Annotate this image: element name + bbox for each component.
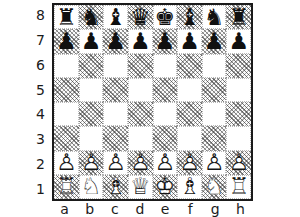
square-e5[interactable] bbox=[153, 78, 178, 102]
square-c5[interactable] bbox=[103, 78, 128, 102]
square-e4[interactable] bbox=[153, 102, 178, 126]
white-pawn: ♟♙ bbox=[226, 151, 251, 175]
chess-board-diagram: 87654321 ♜♞♝♛♚♝♞♜♟♟♟♟♟♟♟♟♟♙♟♙♟♙♟♙♟♙♟♙♟♙♟… bbox=[0, 0, 300, 217]
black-pawn: ♟ bbox=[226, 29, 251, 53]
file-label-a: a bbox=[52, 201, 77, 217]
square-d6[interactable] bbox=[128, 54, 153, 78]
square-f8[interactable]: ♝ bbox=[177, 5, 202, 29]
white-pawn: ♟♙ bbox=[177, 151, 202, 175]
square-b5[interactable] bbox=[79, 78, 104, 102]
square-h4[interactable] bbox=[226, 102, 251, 126]
square-b7[interactable]: ♟ bbox=[79, 29, 104, 53]
square-a5[interactable] bbox=[54, 78, 79, 102]
square-d3[interactable] bbox=[128, 126, 153, 150]
white-rook: ♜♖ bbox=[54, 175, 79, 199]
white-rook: ♜♖ bbox=[226, 175, 251, 199]
white-queen: ♛♕ bbox=[128, 175, 153, 199]
square-h3[interactable] bbox=[226, 126, 251, 150]
square-c8[interactable]: ♝ bbox=[103, 5, 128, 29]
square-d4[interactable] bbox=[128, 102, 153, 126]
square-f6[interactable] bbox=[177, 54, 202, 78]
rank-label-2: 2 bbox=[0, 152, 49, 177]
white-knight: ♞♘ bbox=[79, 175, 104, 199]
square-c4[interactable] bbox=[103, 102, 128, 126]
square-d2[interactable]: ♟♙ bbox=[128, 151, 153, 175]
square-h2[interactable]: ♟♙ bbox=[226, 151, 251, 175]
rank-label-3: 3 bbox=[0, 127, 49, 152]
black-pawn: ♟ bbox=[177, 29, 202, 53]
square-e1[interactable]: ♚♔ bbox=[153, 175, 178, 199]
black-bishop: ♝ bbox=[177, 5, 202, 29]
square-f7[interactable]: ♟ bbox=[177, 29, 202, 53]
file-label-h: h bbox=[228, 201, 253, 217]
square-g8[interactable]: ♞ bbox=[202, 5, 227, 29]
square-h6[interactable] bbox=[226, 54, 251, 78]
black-pawn: ♟ bbox=[54, 29, 79, 53]
square-b2[interactable]: ♟♙ bbox=[79, 151, 104, 175]
square-g1[interactable]: ♞♘ bbox=[202, 175, 227, 199]
rank-label-1: 1 bbox=[0, 176, 49, 201]
white-pawn: ♟♙ bbox=[103, 151, 128, 175]
white-king: ♚♔ bbox=[153, 175, 178, 199]
black-knight: ♞ bbox=[79, 5, 104, 29]
square-f1[interactable]: ♝♗ bbox=[177, 175, 202, 199]
white-knight: ♞♘ bbox=[202, 175, 227, 199]
square-g6[interactable] bbox=[202, 54, 227, 78]
black-rook: ♜ bbox=[226, 5, 251, 29]
square-b6[interactable] bbox=[79, 54, 104, 78]
file-label-e: e bbox=[153, 201, 178, 217]
black-pawn: ♟ bbox=[79, 29, 104, 53]
square-h7[interactable]: ♟ bbox=[226, 29, 251, 53]
black-knight: ♞ bbox=[202, 5, 227, 29]
square-b1[interactable]: ♞♘ bbox=[79, 175, 104, 199]
black-bishop: ♝ bbox=[103, 5, 128, 29]
square-c6[interactable] bbox=[103, 54, 128, 78]
file-labels: abcdefgh bbox=[52, 201, 253, 217]
black-rook: ♜ bbox=[54, 5, 79, 29]
rank-label-8: 8 bbox=[0, 3, 49, 28]
white-bishop: ♝♗ bbox=[177, 175, 202, 199]
square-f4[interactable] bbox=[177, 102, 202, 126]
black-queen: ♛ bbox=[128, 5, 153, 29]
square-a4[interactable] bbox=[54, 102, 79, 126]
square-a8[interactable]: ♜ bbox=[54, 5, 79, 29]
file-label-b: b bbox=[77, 201, 102, 217]
square-g4[interactable] bbox=[202, 102, 227, 126]
square-d1[interactable]: ♛♕ bbox=[128, 175, 153, 199]
square-g3[interactable] bbox=[202, 126, 227, 150]
square-a6[interactable] bbox=[54, 54, 79, 78]
square-c2[interactable]: ♟♙ bbox=[103, 151, 128, 175]
square-h5[interactable] bbox=[226, 78, 251, 102]
square-f3[interactable] bbox=[177, 126, 202, 150]
square-d5[interactable] bbox=[128, 78, 153, 102]
white-pawn: ♟♙ bbox=[128, 151, 153, 175]
square-d7[interactable]: ♟ bbox=[128, 29, 153, 53]
chess-board: ♜♞♝♛♚♝♞♜♟♟♟♟♟♟♟♟♟♙♟♙♟♙♟♙♟♙♟♙♟♙♟♙♜♖♞♘♝♗♛♕… bbox=[52, 3, 253, 201]
file-label-c: c bbox=[102, 201, 127, 217]
black-pawn: ♟ bbox=[103, 29, 128, 53]
square-e3[interactable] bbox=[153, 126, 178, 150]
square-e7[interactable]: ♟ bbox=[153, 29, 178, 53]
file-label-g: g bbox=[203, 201, 228, 217]
square-e8[interactable]: ♚ bbox=[153, 5, 178, 29]
square-d8[interactable]: ♛ bbox=[128, 5, 153, 29]
black-king: ♚ bbox=[153, 5, 178, 29]
square-b4[interactable] bbox=[79, 102, 104, 126]
black-pawn: ♟ bbox=[128, 29, 153, 53]
white-pawn: ♟♙ bbox=[153, 151, 178, 175]
square-b3[interactable] bbox=[79, 126, 104, 150]
square-g5[interactable] bbox=[202, 78, 227, 102]
rank-label-5: 5 bbox=[0, 77, 49, 102]
square-c3[interactable] bbox=[103, 126, 128, 150]
square-a3[interactable] bbox=[54, 126, 79, 150]
square-c1[interactable]: ♝♗ bbox=[103, 175, 128, 199]
square-a7[interactable]: ♟ bbox=[54, 29, 79, 53]
square-a1[interactable]: ♜♖ bbox=[54, 175, 79, 199]
square-a2[interactable]: ♟♙ bbox=[54, 151, 79, 175]
rank-labels: 87654321 bbox=[0, 3, 49, 201]
square-h8[interactable]: ♜ bbox=[226, 5, 251, 29]
square-c7[interactable]: ♟ bbox=[103, 29, 128, 53]
square-b8[interactable]: ♞ bbox=[79, 5, 104, 29]
square-h1[interactable]: ♜♖ bbox=[226, 175, 251, 199]
square-e2[interactable]: ♟♙ bbox=[153, 151, 178, 175]
file-label-d: d bbox=[127, 201, 152, 217]
rank-label-6: 6 bbox=[0, 53, 49, 78]
white-pawn: ♟♙ bbox=[54, 151, 79, 175]
square-e6[interactable] bbox=[153, 54, 178, 78]
square-g2[interactable]: ♟♙ bbox=[202, 151, 227, 175]
file-label-f: f bbox=[178, 201, 203, 217]
black-pawn: ♟ bbox=[153, 29, 178, 53]
square-g7[interactable]: ♟ bbox=[202, 29, 227, 53]
black-pawn: ♟ bbox=[202, 29, 227, 53]
square-f2[interactable]: ♟♙ bbox=[177, 151, 202, 175]
white-bishop: ♝♗ bbox=[103, 175, 128, 199]
white-pawn: ♟♙ bbox=[79, 151, 104, 175]
rank-label-4: 4 bbox=[0, 102, 49, 127]
white-pawn: ♟♙ bbox=[202, 151, 227, 175]
square-f5[interactable] bbox=[177, 78, 202, 102]
rank-label-7: 7 bbox=[0, 28, 49, 53]
